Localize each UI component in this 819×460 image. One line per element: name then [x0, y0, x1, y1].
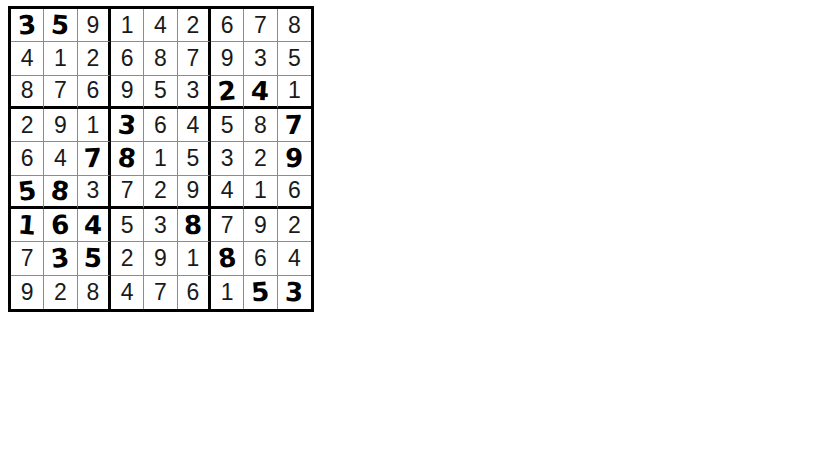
cell-r3c3[interactable]: 6 — [78, 76, 111, 109]
cell-r1c3[interactable]: 9 — [78, 9, 111, 42]
cell-r7c4[interactable]: 5 — [111, 209, 144, 242]
printed-digit: 2 — [254, 147, 267, 170]
handwritten-digit: 5 — [83, 245, 102, 272]
cell-r5c5[interactable]: 1 — [144, 142, 177, 175]
cell-r5c9[interactable]: 9 — [278, 142, 311, 175]
printed-digit: 9 — [154, 247, 167, 270]
handwritten-digit: 6 — [51, 212, 71, 239]
cell-r9c3[interactable]: 8 — [78, 276, 111, 309]
printed-digit: 5 — [288, 47, 301, 70]
cell-r8c1[interactable]: 7 — [11, 242, 44, 275]
handwritten-digit: 8 — [117, 145, 138, 173]
cell-r5c4[interactable]: 8 — [111, 142, 144, 175]
cell-r6c8[interactable]: 1 — [244, 176, 277, 209]
handwritten-digit: 8 — [183, 212, 202, 239]
cell-r1c5[interactable]: 4 — [144, 9, 177, 42]
cell-r1c8[interactable]: 7 — [244, 9, 277, 42]
cell-r2c4[interactable]: 6 — [111, 42, 144, 75]
cell-r9c4[interactable]: 4 — [111, 276, 144, 309]
cell-r4c4[interactable]: 3 — [111, 109, 144, 142]
cell-r9c8[interactable]: 5 — [244, 276, 277, 309]
cell-r1c6[interactable]: 2 — [178, 9, 211, 42]
printed-digit: 1 — [54, 47, 67, 70]
handwritten-digit: 8 — [50, 177, 71, 205]
printed-digit: 4 — [288, 247, 301, 270]
cell-r6c3[interactable]: 3 — [78, 176, 111, 209]
printed-digit: 4 — [21, 47, 34, 70]
cell-r4c8[interactable]: 8 — [244, 109, 277, 142]
cell-r4c9[interactable]: 7 — [278, 109, 311, 142]
printed-digit: 8 — [21, 79, 34, 102]
cell-r3c8[interactable]: 4 — [244, 76, 277, 109]
printed-digit: 3 — [86, 179, 99, 202]
cell-r2c5[interactable]: 8 — [144, 42, 177, 75]
cell-r1c2[interactable]: 5 — [44, 9, 77, 42]
handwritten-digit: 2 — [217, 77, 237, 104]
cell-r4c3[interactable]: 1 — [78, 109, 111, 142]
printed-digit: 5 — [221, 114, 234, 137]
printed-digit: 5 — [121, 214, 134, 237]
cell-r4c7[interactable]: 5 — [211, 109, 244, 142]
cell-r5c6[interactable]: 5 — [178, 142, 211, 175]
printed-digit: 7 — [121, 179, 134, 202]
printed-digit: 7 — [54, 79, 67, 102]
handwritten-digit: 4 — [83, 212, 102, 239]
cell-r8c7[interactable]: 8 — [211, 242, 244, 275]
printed-digit: 1 — [186, 247, 199, 270]
cell-r6c6[interactable]: 9 — [178, 176, 211, 209]
cell-r4c2[interactable]: 9 — [44, 109, 77, 142]
cell-r4c5[interactable]: 6 — [144, 109, 177, 142]
cell-r7c1[interactable]: 1 — [11, 209, 44, 242]
printed-digit: 2 — [288, 214, 301, 237]
cell-r7c9[interactable]: 2 — [278, 209, 311, 242]
printed-digit: 9 — [86, 14, 99, 37]
cell-r2c8[interactable]: 3 — [244, 42, 277, 75]
cell-r7c3[interactable]: 4 — [78, 209, 111, 242]
printed-digit: 9 — [54, 114, 67, 137]
cell-r8c6[interactable]: 1 — [178, 242, 211, 275]
cell-r9c6[interactable]: 6 — [178, 276, 211, 309]
cell-r9c7[interactable]: 1 — [211, 276, 244, 309]
printed-digit: 8 — [154, 47, 167, 70]
cell-r2c7[interactable]: 9 — [211, 42, 244, 75]
cell-r2c3[interactable]: 2 — [78, 42, 111, 75]
cell-r6c9[interactable]: 6 — [278, 176, 311, 209]
sudoku-board: 3591426784126879358769532412913645876478… — [8, 6, 314, 312]
cell-r9c5[interactable]: 7 — [144, 276, 177, 309]
printed-digit: 1 — [154, 147, 167, 170]
cell-r3c5[interactable]: 5 — [144, 76, 177, 109]
printed-digit: 1 — [221, 281, 234, 304]
cell-r1c1[interactable]: 3 — [11, 9, 44, 42]
cell-r7c8[interactable]: 9 — [244, 209, 277, 242]
printed-digit: 2 — [54, 281, 67, 304]
cell-r6c7[interactable]: 4 — [211, 176, 244, 209]
cell-r4c1[interactable]: 2 — [11, 109, 44, 142]
printed-digit: 7 — [254, 14, 267, 37]
cell-r5c7[interactable]: 3 — [211, 142, 244, 175]
cell-r8c2[interactable]: 3 — [44, 242, 77, 275]
cell-r3c6[interactable]: 3 — [178, 76, 211, 109]
cell-r7c5[interactable]: 3 — [144, 209, 177, 242]
cell-r5c3[interactable]: 7 — [78, 142, 111, 175]
cell-r7c6[interactable]: 8 — [178, 209, 211, 242]
cell-r4c6[interactable]: 4 — [178, 109, 211, 142]
cell-r5c2[interactable]: 4 — [44, 142, 77, 175]
printed-digit: 8 — [254, 114, 267, 137]
cell-r3c9[interactable]: 1 — [278, 76, 311, 109]
printed-digit: 7 — [221, 214, 234, 237]
cell-r6c2[interactable]: 8 — [44, 176, 77, 209]
printed-digit: 6 — [86, 79, 99, 102]
cell-r3c7[interactable]: 2 — [211, 76, 244, 109]
cell-r2c1[interactable]: 4 — [11, 42, 44, 75]
cell-r9c2[interactable]: 2 — [44, 276, 77, 309]
printed-digit: 9 — [121, 79, 134, 102]
cell-r3c1[interactable]: 8 — [11, 76, 44, 109]
printed-digit: 1 — [288, 79, 301, 102]
printed-digit: 6 — [186, 281, 199, 304]
cell-r5c1[interactable]: 6 — [11, 142, 44, 175]
printed-digit: 9 — [254, 214, 267, 237]
cell-r1c9[interactable]: 8 — [278, 9, 311, 42]
handwritten-digit: 8 — [217, 244, 238, 272]
cell-r8c8[interactable]: 6 — [244, 242, 277, 275]
printed-digit: 5 — [154, 79, 167, 102]
printed-digit: 2 — [86, 47, 99, 70]
printed-digit: 3 — [254, 47, 267, 70]
cell-r8c3[interactable]: 5 — [78, 242, 111, 275]
printed-digit: 6 — [254, 247, 267, 270]
printed-digit: 1 — [86, 114, 99, 137]
printed-digit: 6 — [21, 147, 34, 170]
handwritten-digit: 5 — [251, 279, 271, 306]
handwritten-digit: 5 — [51, 12, 71, 39]
handwritten-digit: 4 — [251, 77, 271, 104]
handwritten-digit: 3 — [117, 111, 137, 138]
printed-digit: 4 — [186, 114, 199, 137]
printed-digit: 4 — [154, 14, 167, 37]
printed-digit: 2 — [154, 179, 167, 202]
cell-r7c7[interactable]: 7 — [211, 209, 244, 242]
handwritten-digit: 5 — [17, 177, 38, 205]
handwritten-digit: 7 — [83, 145, 102, 172]
cell-r1c4[interactable]: 1 — [111, 9, 144, 42]
printed-digit: 7 — [21, 247, 34, 270]
cell-r8c4[interactable]: 2 — [111, 242, 144, 275]
printed-digit: 8 — [86, 281, 99, 304]
handwritten-digit: 3 — [50, 245, 71, 273]
printed-digit: 7 — [186, 47, 199, 70]
printed-digit: 4 — [54, 147, 67, 170]
printed-digit: 2 — [21, 114, 34, 137]
cell-r7c2[interactable]: 6 — [44, 209, 77, 242]
printed-digit: 8 — [288, 14, 301, 37]
cell-r2c6[interactable]: 7 — [178, 42, 211, 75]
printed-digit: 4 — [121, 281, 134, 304]
printed-digit: 3 — [221, 147, 234, 170]
cell-r3c4[interactable]: 9 — [111, 76, 144, 109]
cell-r9c9[interactable]: 3 — [278, 276, 311, 309]
printed-digit: 6 — [288, 179, 301, 202]
printed-digit: 6 — [121, 47, 134, 70]
printed-digit: 2 — [186, 14, 199, 37]
printed-digit: 7 — [154, 281, 167, 304]
cell-r6c5[interactable]: 2 — [144, 176, 177, 209]
cell-r5c8[interactable]: 2 — [244, 142, 277, 175]
printed-digit: 1 — [254, 179, 267, 202]
printed-digit: 4 — [221, 179, 234, 202]
handwritten-digit: 7 — [285, 112, 304, 139]
printed-digit: 3 — [154, 214, 167, 237]
handwritten-digit: 3 — [17, 11, 37, 38]
cell-r9c1[interactable]: 9 — [11, 276, 44, 309]
printed-digit: 6 — [154, 114, 167, 137]
handwritten-digit: 1 — [17, 211, 37, 238]
printed-digit: 3 — [186, 79, 199, 102]
cell-r1c7[interactable]: 6 — [211, 9, 244, 42]
cell-r6c1[interactable]: 5 — [11, 176, 44, 209]
cell-r8c5[interactable]: 9 — [144, 242, 177, 275]
printed-digit: 9 — [21, 281, 34, 304]
printed-digit: 9 — [221, 47, 234, 70]
printed-digit: 2 — [121, 247, 134, 270]
cell-r2c2[interactable]: 1 — [44, 42, 77, 75]
cell-r3c2[interactable]: 7 — [44, 76, 77, 109]
cell-r2c9[interactable]: 5 — [278, 42, 311, 75]
cell-r8c9[interactable]: 4 — [278, 242, 311, 275]
printed-digit: 1 — [121, 14, 134, 37]
cell-r6c4[interactable]: 7 — [111, 176, 144, 209]
handwritten-digit: 9 — [285, 145, 304, 172]
handwritten-digit: 3 — [285, 279, 304, 306]
printed-digit: 5 — [186, 147, 199, 170]
printed-digit: 9 — [186, 179, 199, 202]
printed-digit: 6 — [221, 14, 234, 37]
